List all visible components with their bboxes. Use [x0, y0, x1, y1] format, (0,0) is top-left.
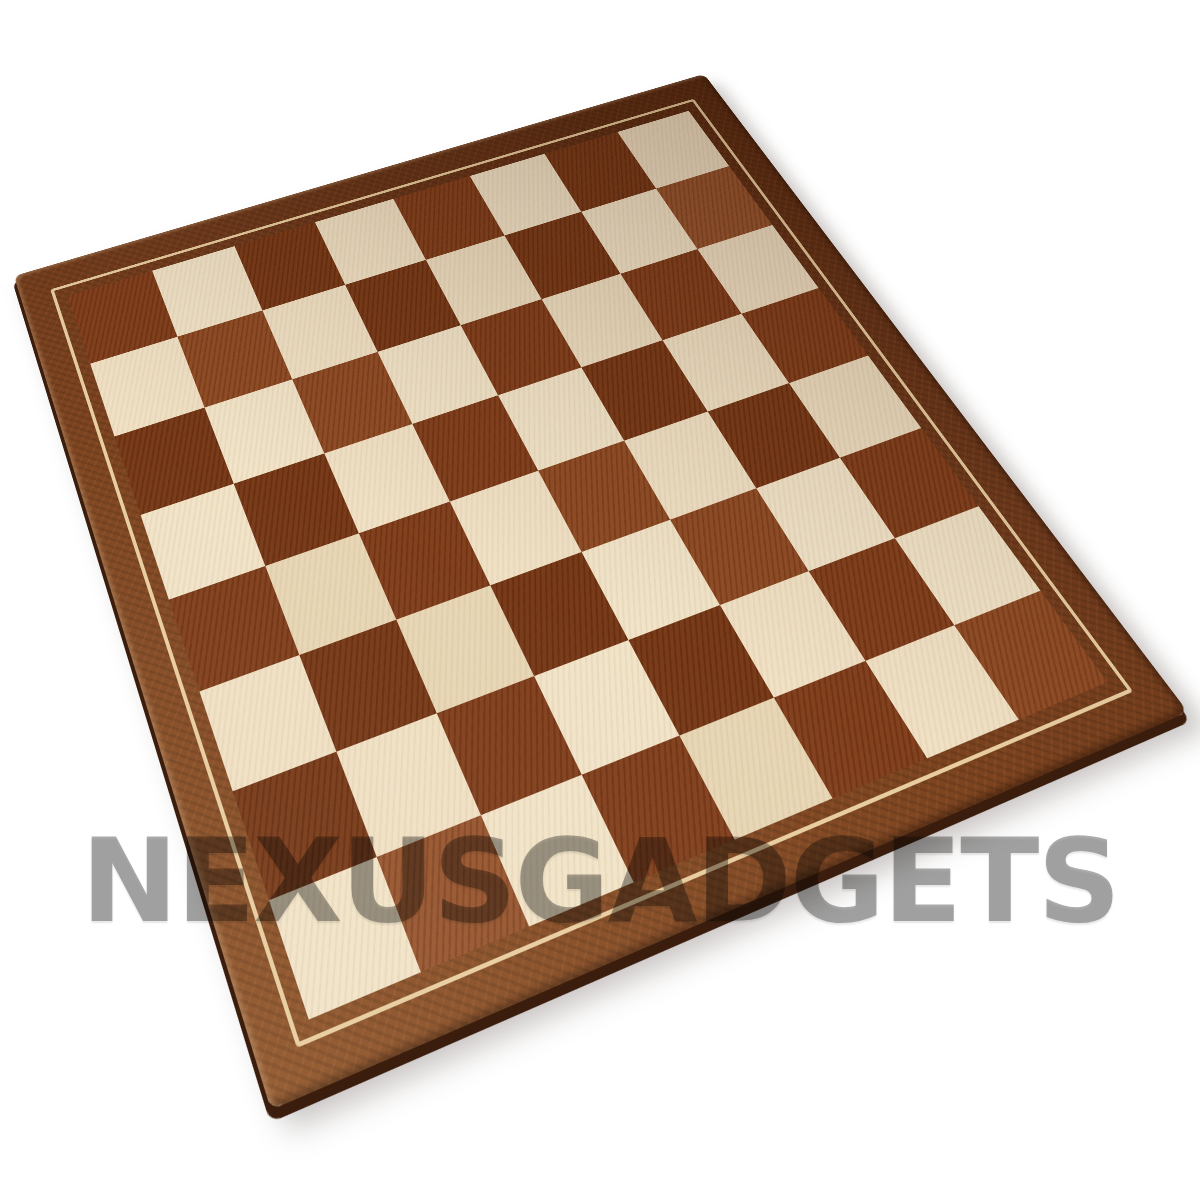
product-photo: NEXUSGADGETS	[0, 0, 1200, 1200]
chess-board	[14, 74, 1188, 1110]
watermark-text: NEXUSGADGETS	[81, 823, 1119, 939]
